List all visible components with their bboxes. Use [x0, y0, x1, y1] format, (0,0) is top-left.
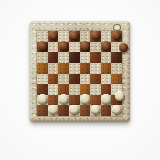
square-r5c6[interactable] — [90, 74, 101, 85]
square-r4c7[interactable] — [101, 63, 112, 74]
square-r3c4[interactable] — [69, 52, 80, 63]
light-piece[interactable] — [48, 105, 57, 114]
dark-piece-on-frame[interactable] — [119, 43, 128, 52]
square-r6c6[interactable] — [90, 84, 101, 95]
square-r1c8[interactable] — [111, 31, 122, 42]
square-r4c2[interactable] — [48, 63, 59, 74]
dark-piece[interactable] — [101, 41, 110, 50]
square-r8c3[interactable] — [58, 105, 69, 116]
square-r2c5[interactable] — [80, 42, 91, 53]
square-r5c1[interactable] — [37, 74, 48, 85]
square-r1c7[interactable] — [101, 31, 112, 42]
square-r8c1[interactable] — [37, 105, 48, 116]
square-r3c2[interactable] — [48, 52, 59, 63]
square-r5c4[interactable] — [69, 74, 80, 85]
board-grid — [37, 31, 122, 116]
photo-background — [0, 0, 160, 160]
light-piece[interactable] — [80, 94, 89, 103]
square-r2c6[interactable] — [90, 42, 101, 53]
square-r2c1[interactable] — [37, 42, 48, 53]
square-r8c4[interactable] — [69, 105, 80, 116]
square-r7c6[interactable] — [90, 95, 101, 106]
square-r2c4[interactable] — [69, 42, 80, 53]
square-r1c2[interactable] — [48, 31, 59, 42]
dark-piece[interactable] — [38, 41, 47, 50]
light-piece[interactable] — [115, 91, 124, 100]
light-piece[interactable] — [38, 94, 47, 103]
square-r1c3[interactable] — [58, 31, 69, 42]
square-r7c4[interactable] — [69, 95, 80, 106]
square-r2c2[interactable] — [48, 42, 59, 53]
square-r8c2[interactable] — [48, 105, 59, 116]
square-r2c7[interactable] — [101, 42, 112, 53]
square-r1c6[interactable] — [90, 31, 101, 42]
square-r6c3[interactable] — [58, 84, 69, 95]
square-r1c4[interactable] — [69, 31, 80, 42]
dark-piece[interactable] — [59, 41, 68, 50]
square-r7c2[interactable] — [48, 95, 59, 106]
light-piece[interactable] — [69, 105, 78, 114]
dark-piece[interactable] — [69, 31, 78, 40]
square-r6c1[interactable] — [37, 84, 48, 95]
square-r8c8[interactable] — [111, 105, 122, 116]
light-piece[interactable] — [91, 105, 100, 114]
square-r7c8[interactable] — [111, 95, 122, 106]
square-r8c7[interactable] — [101, 105, 112, 116]
square-r5c8[interactable] — [111, 74, 122, 85]
ring-mark — [113, 24, 121, 31]
square-r4c1[interactable] — [37, 63, 48, 74]
square-r5c7[interactable] — [101, 74, 112, 85]
square-r5c3[interactable] — [58, 74, 69, 85]
square-r6c7[interactable] — [101, 84, 112, 95]
square-r7c7[interactable] — [101, 95, 112, 106]
square-r7c1[interactable] — [37, 95, 48, 106]
square-r3c5[interactable] — [80, 52, 91, 63]
square-r7c5[interactable] — [80, 95, 91, 106]
square-r4c4[interactable] — [69, 63, 80, 74]
square-r7c3[interactable] — [58, 95, 69, 106]
square-r3c8[interactable] — [111, 52, 122, 63]
square-r4c8[interactable] — [111, 63, 122, 74]
square-r3c7[interactable] — [101, 52, 112, 63]
square-r5c5[interactable] — [80, 74, 91, 85]
square-r2c3[interactable] — [58, 42, 69, 53]
square-r3c6[interactable] — [90, 52, 101, 63]
square-r4c5[interactable] — [80, 63, 91, 74]
square-r6c2[interactable] — [48, 84, 59, 95]
checkers-board — [30, 21, 130, 122]
square-r6c5[interactable] — [80, 84, 91, 95]
light-piece[interactable] — [59, 94, 68, 103]
square-r3c3[interactable] — [58, 52, 69, 63]
square-r8c5[interactable] — [80, 105, 91, 116]
square-r1c1[interactable] — [37, 31, 48, 42]
square-r6c4[interactable] — [69, 84, 80, 95]
square-r8c6[interactable] — [90, 105, 101, 116]
square-r1c5[interactable] — [80, 31, 91, 42]
square-r4c6[interactable] — [90, 63, 101, 74]
square-r4c3[interactable] — [58, 63, 69, 74]
square-r5c2[interactable] — [48, 74, 59, 85]
dark-piece[interactable] — [80, 41, 89, 50]
light-piece[interactable] — [112, 105, 121, 114]
dark-piece[interactable] — [91, 31, 100, 40]
square-r3c1[interactable] — [37, 52, 48, 63]
dark-piece[interactable] — [48, 31, 57, 40]
dark-piece[interactable] — [112, 31, 121, 40]
light-piece[interactable] — [101, 94, 110, 103]
